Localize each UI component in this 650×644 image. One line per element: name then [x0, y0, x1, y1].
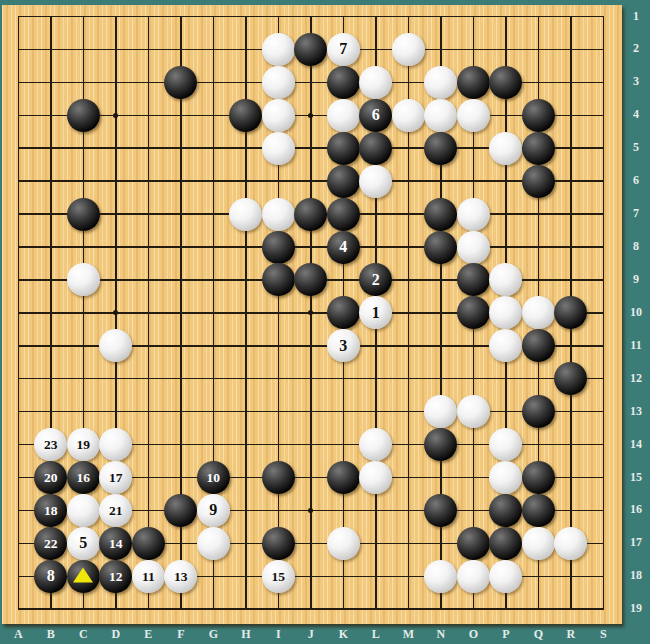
move-number: 20 [34, 461, 67, 494]
stone-O4[interactable] [457, 99, 490, 132]
row-label: 14 [624, 437, 648, 452]
grid-line [18, 411, 605, 413]
stone-I4[interactable] [262, 99, 295, 132]
stone-C16[interactable] [67, 494, 100, 527]
column-label: K [333, 627, 353, 642]
star-point [113, 310, 118, 315]
stone-N16[interactable] [424, 494, 457, 527]
stone-N5[interactable] [424, 132, 457, 165]
stone-I5[interactable] [262, 132, 295, 165]
move-number: 21 [99, 494, 132, 527]
grid-line [18, 608, 605, 610]
stone-O10[interactable] [457, 296, 490, 329]
move-number: 4 [327, 231, 360, 264]
stone-L5[interactable] [359, 132, 392, 165]
stone-N8[interactable] [424, 231, 457, 264]
stone-E18[interactable]: 11 [132, 560, 165, 593]
row-label: 5 [624, 140, 648, 155]
stone-Q13[interactable] [522, 395, 555, 428]
stone-N3[interactable] [424, 66, 457, 99]
stone-J7[interactable] [294, 198, 327, 231]
column-label: Q [528, 627, 548, 642]
stone-I17[interactable] [262, 527, 295, 560]
stone-C4[interactable] [67, 99, 100, 132]
stone-D11[interactable] [99, 329, 132, 362]
column-label: D [106, 627, 126, 642]
star-point [308, 113, 313, 118]
move-number: 10 [197, 461, 230, 494]
stone-K11[interactable]: 3 [327, 329, 360, 362]
column-label: R [561, 627, 581, 642]
stone-F3[interactable] [164, 66, 197, 99]
row-label: 12 [624, 371, 648, 386]
move-number: 18 [34, 494, 67, 527]
grid-line [18, 378, 605, 380]
stone-R10[interactable] [554, 296, 587, 329]
row-label: 1 [624, 9, 648, 24]
stone-L3[interactable] [359, 66, 392, 99]
stone-P14[interactable] [489, 428, 522, 461]
stone-P17[interactable] [489, 527, 522, 560]
stone-I18[interactable]: 15 [262, 560, 295, 593]
stone-J9[interactable] [294, 263, 327, 296]
move-number: 3 [327, 329, 360, 362]
stone-M4[interactable] [392, 99, 425, 132]
stone-C7[interactable] [67, 198, 100, 231]
stone-P9[interactable] [489, 263, 522, 296]
column-label: M [398, 627, 418, 642]
row-label: 8 [624, 239, 648, 254]
stone-P10[interactable] [489, 296, 522, 329]
column-label: L [366, 627, 386, 642]
move-number: 14 [99, 527, 132, 560]
stone-Q10[interactable] [522, 296, 555, 329]
move-number: 1 [359, 296, 392, 329]
column-label: H [236, 627, 256, 642]
stone-Q4[interactable] [522, 99, 555, 132]
stone-Q6[interactable] [522, 165, 555, 198]
stone-O17[interactable] [457, 527, 490, 560]
stone-P5[interactable] [489, 132, 522, 165]
stone-K6[interactable] [327, 165, 360, 198]
stone-K10[interactable] [327, 296, 360, 329]
stone-L10[interactable]: 1 [359, 296, 392, 329]
stone-N18[interactable] [424, 560, 457, 593]
move-number: 15 [262, 560, 295, 593]
move-number: 6 [359, 99, 392, 132]
row-label: 9 [624, 272, 648, 287]
column-label: C [73, 627, 93, 642]
stone-K17[interactable] [327, 527, 360, 560]
stone-B15[interactable]: 20 [34, 461, 67, 494]
stone-O9[interactable] [457, 263, 490, 296]
row-label: 2 [624, 41, 648, 56]
move-number: 7 [327, 33, 360, 66]
column-label: O [463, 627, 483, 642]
grid-line [603, 16, 605, 610]
stone-C15[interactable]: 16 [67, 461, 100, 494]
stone-L15[interactable] [359, 461, 392, 494]
column-label: P [496, 627, 516, 642]
stone-Q5[interactable] [522, 132, 555, 165]
stone-I15[interactable] [262, 461, 295, 494]
stone-P11[interactable] [489, 329, 522, 362]
row-label: 16 [624, 502, 648, 517]
move-number: 2 [359, 263, 392, 296]
stone-Q16[interactable] [522, 494, 555, 527]
stone-P3[interactable] [489, 66, 522, 99]
move-number: 17 [99, 461, 132, 494]
stone-O13[interactable] [457, 395, 490, 428]
stone-K15[interactable] [327, 461, 360, 494]
stone-G16[interactable]: 9 [197, 494, 230, 527]
stone-I9[interactable] [262, 263, 295, 296]
row-label: 18 [624, 568, 648, 583]
stone-R17[interactable] [554, 527, 587, 560]
stone-N13[interactable] [424, 395, 457, 428]
stone-H7[interactable] [229, 198, 262, 231]
row-label: 4 [624, 107, 648, 122]
stone-H4[interactable] [229, 99, 262, 132]
row-label: 13 [624, 404, 648, 419]
go-board: 7642132319201617101821922514812111315 [2, 5, 622, 624]
column-label: N [431, 627, 451, 642]
column-label: G [203, 627, 223, 642]
move-number: 16 [67, 461, 100, 494]
stone-O3[interactable] [457, 66, 490, 99]
stone-L4[interactable]: 6 [359, 99, 392, 132]
stone-D15[interactable]: 17 [99, 461, 132, 494]
row-label: 6 [624, 173, 648, 188]
stone-N4[interactable] [424, 99, 457, 132]
stone-G17[interactable] [197, 527, 230, 560]
stone-D16[interactable]: 21 [99, 494, 132, 527]
row-label: 10 [624, 305, 648, 320]
stone-C14[interactable]: 19 [67, 428, 100, 461]
stone-B16[interactable]: 18 [34, 494, 67, 527]
column-label: E [138, 627, 158, 642]
star-point [308, 508, 313, 513]
move-number: 9 [197, 494, 230, 527]
stone-D18[interactable]: 12 [99, 560, 132, 593]
stone-I3[interactable] [262, 66, 295, 99]
stone-I8[interactable] [262, 231, 295, 264]
column-label: I [268, 627, 288, 642]
stone-E17[interactable] [132, 527, 165, 560]
stone-Q17[interactable] [522, 527, 555, 560]
star-point [308, 310, 313, 315]
row-label: 3 [624, 74, 648, 89]
stone-R12[interactable] [554, 362, 587, 395]
stone-K3[interactable] [327, 66, 360, 99]
move-number: 22 [34, 527, 67, 560]
stone-O8[interactable] [457, 231, 490, 264]
stone-N7[interactable] [424, 198, 457, 231]
stone-Q15[interactable] [522, 461, 555, 494]
stone-N14[interactable] [424, 428, 457, 461]
stone-I2[interactable] [262, 33, 295, 66]
stone-P18[interactable] [489, 560, 522, 593]
stone-P15[interactable] [489, 461, 522, 494]
move-number: 5 [67, 527, 100, 560]
row-label: 15 [624, 470, 648, 485]
column-label: B [41, 627, 61, 642]
stone-K2[interactable]: 7 [327, 33, 360, 66]
stone-K7[interactable] [327, 198, 360, 231]
stone-C9[interactable] [67, 263, 100, 296]
move-number: 19 [67, 428, 100, 461]
row-label: 17 [624, 535, 648, 550]
row-label: 11 [624, 338, 648, 353]
move-number: 11 [132, 560, 165, 593]
star-point [113, 113, 118, 118]
stone-F16[interactable] [164, 494, 197, 527]
stone-L9[interactable]: 2 [359, 263, 392, 296]
move-number: 13 [164, 560, 197, 593]
stone-K8[interactable]: 4 [327, 231, 360, 264]
stone-D17[interactable]: 14 [99, 527, 132, 560]
column-label: F [171, 627, 191, 642]
stone-M2[interactable] [392, 33, 425, 66]
column-label: J [301, 627, 321, 642]
row-label: 7 [624, 206, 648, 221]
stone-K5[interactable] [327, 132, 360, 165]
move-number: 23 [34, 428, 67, 461]
go-diagram: 7642132319201617101821922514812111315 AB… [0, 0, 650, 644]
stone-O18[interactable] [457, 560, 490, 593]
stone-I7[interactable] [262, 198, 295, 231]
stone-B14[interactable]: 23 [34, 428, 67, 461]
stone-B17[interactable]: 22 [34, 527, 67, 560]
stone-P16[interactable] [489, 494, 522, 527]
stone-L6[interactable] [359, 165, 392, 198]
stone-K4[interactable] [327, 99, 360, 132]
stone-F18[interactable]: 13 [164, 560, 197, 593]
stone-G15[interactable]: 10 [197, 461, 230, 494]
stone-C17[interactable]: 5 [67, 527, 100, 560]
column-label: A [8, 627, 28, 642]
stone-O7[interactable] [457, 198, 490, 231]
stone-J2[interactable] [294, 33, 327, 66]
stone-L14[interactable] [359, 428, 392, 461]
triangle-marker-icon [73, 568, 93, 583]
stone-Q11[interactable] [522, 329, 555, 362]
column-label: S [593, 627, 613, 642]
stone-D14[interactable] [99, 428, 132, 461]
row-label: 19 [624, 601, 648, 616]
move-number: 8 [34, 560, 67, 593]
stone-C18[interactable] [67, 560, 100, 593]
move-number: 12 [99, 560, 132, 593]
stone-B18[interactable]: 8 [34, 560, 67, 593]
